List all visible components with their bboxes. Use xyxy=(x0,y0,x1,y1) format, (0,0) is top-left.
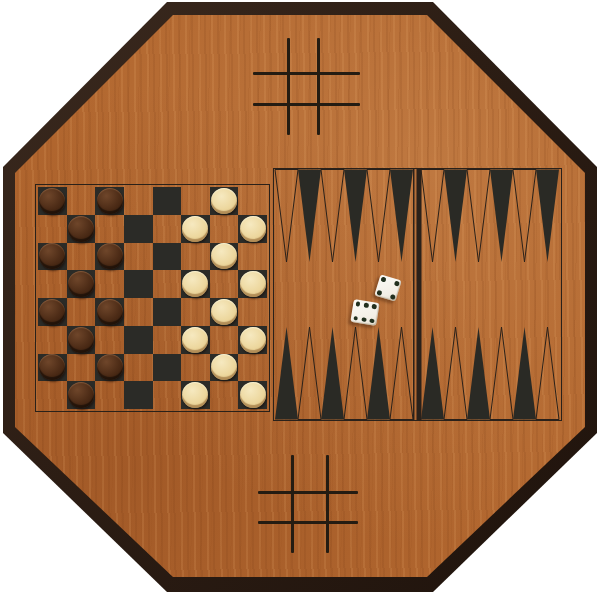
checkers-square[interactable] xyxy=(181,243,210,271)
checkers-square[interactable] xyxy=(95,326,124,354)
die-pip xyxy=(394,280,400,286)
checkers-square[interactable] xyxy=(38,326,67,354)
checkers-square[interactable] xyxy=(181,270,210,298)
checkers-square[interactable] xyxy=(124,326,153,354)
checkers-square[interactable] xyxy=(153,298,182,326)
checkers-square[interactable] xyxy=(38,243,67,271)
dark-checker-piece[interactable] xyxy=(39,243,65,269)
die-pip xyxy=(376,290,382,296)
die-showing-6[interactable] xyxy=(350,299,379,326)
checkers-square[interactable] xyxy=(153,354,182,382)
checkers-square[interactable] xyxy=(38,298,67,326)
checkers-square[interactable] xyxy=(181,187,210,215)
backgammon-point-outline[interactable] xyxy=(367,170,390,263)
checkers-square[interactable] xyxy=(67,270,96,298)
tic-tac-toe-grid-bottom[interactable] xyxy=(255,452,363,556)
dark-checker-piece[interactable] xyxy=(68,382,94,408)
backgammon-point-filled[interactable] xyxy=(344,170,367,263)
backgammon-point-outline[interactable] xyxy=(536,327,559,420)
ttt-horizontal-line xyxy=(258,521,358,524)
checkers-square[interactable] xyxy=(38,270,67,298)
ttt-horizontal-line xyxy=(253,103,360,106)
backgammon-points xyxy=(273,168,562,421)
backgammon-point-filled[interactable] xyxy=(467,327,490,420)
checkers-square[interactable] xyxy=(153,187,182,215)
die-pip xyxy=(361,317,366,322)
checkers-grid xyxy=(38,187,267,409)
light-checker-piece[interactable] xyxy=(211,188,237,214)
checkers-square[interactable] xyxy=(238,381,267,409)
dark-checker-piece[interactable] xyxy=(97,188,123,214)
checkers-square[interactable] xyxy=(238,298,267,326)
checkers-square[interactable] xyxy=(124,243,153,271)
checkers-square[interactable] xyxy=(181,326,210,354)
checkers-square[interactable] xyxy=(238,354,267,382)
checkers-square[interactable] xyxy=(238,243,267,271)
checkers-square[interactable] xyxy=(95,243,124,271)
backgammon-point-filled[interactable] xyxy=(367,327,390,420)
checkers-square[interactable] xyxy=(67,354,96,382)
dark-checker-piece[interactable] xyxy=(68,271,94,297)
backgammon-point-outline[interactable] xyxy=(513,170,536,263)
light-checker-piece[interactable] xyxy=(211,299,237,325)
backgammon-bar xyxy=(413,169,415,420)
backgammon-point-outline[interactable] xyxy=(421,170,444,263)
board-photo xyxy=(0,0,600,600)
dark-checker-piece[interactable] xyxy=(97,354,123,380)
checkers-square[interactable] xyxy=(210,187,239,215)
checkers-square[interactable] xyxy=(95,354,124,382)
checkers-square[interactable] xyxy=(181,381,210,409)
ttt-vertical-line xyxy=(326,455,329,553)
checkers-square[interactable] xyxy=(38,187,67,215)
light-checker-piece[interactable] xyxy=(182,327,208,353)
die-pip xyxy=(355,301,360,306)
die-pip xyxy=(353,316,358,321)
checkers-square[interactable] xyxy=(95,298,124,326)
checkers-square[interactable] xyxy=(67,381,96,409)
ttt-horizontal-line xyxy=(258,491,358,494)
checkers-square[interactable] xyxy=(124,354,153,382)
backgammon-point-filled[interactable] xyxy=(298,170,321,263)
die-pip xyxy=(390,294,396,300)
backgammon-point-filled[interactable] xyxy=(536,170,559,263)
checkers-square[interactable] xyxy=(38,354,67,382)
light-checker-piece[interactable] xyxy=(182,271,208,297)
checkers-square[interactable] xyxy=(67,326,96,354)
checkers-square[interactable] xyxy=(38,215,67,243)
ttt-vertical-line xyxy=(287,38,290,135)
backgammon-point-filled[interactable] xyxy=(275,327,298,420)
checkers-square[interactable] xyxy=(153,381,182,409)
checkers-square[interactable] xyxy=(181,298,210,326)
light-checker-piece[interactable] xyxy=(240,271,266,297)
backgammon-point-outline[interactable] xyxy=(444,327,467,420)
die-pip xyxy=(372,304,377,309)
checkers-square[interactable] xyxy=(38,381,67,409)
checkers-square[interactable] xyxy=(95,381,124,409)
checkers-square[interactable] xyxy=(67,187,96,215)
checkers-square[interactable] xyxy=(181,215,210,243)
dark-checker-piece[interactable] xyxy=(39,188,65,214)
checkers-square[interactable] xyxy=(67,298,96,326)
checkers-square[interactable] xyxy=(210,215,239,243)
backgammon-bar xyxy=(417,169,422,420)
light-checker-piece[interactable] xyxy=(182,382,208,408)
light-checker-piece[interactable] xyxy=(240,382,266,408)
light-checker-piece[interactable] xyxy=(240,216,266,242)
checkers-square[interactable] xyxy=(95,270,124,298)
backgammon-point-outline[interactable] xyxy=(275,170,298,263)
backgammon-point-filled[interactable] xyxy=(490,170,513,263)
dark-checker-piece[interactable] xyxy=(68,327,94,353)
backgammon-point-outline[interactable] xyxy=(344,327,367,420)
backgammon-point-filled[interactable] xyxy=(513,327,536,420)
checkers-square[interactable] xyxy=(238,187,267,215)
checkers-square[interactable] xyxy=(153,326,182,354)
checkers-board[interactable] xyxy=(35,184,270,412)
checkers-square[interactable] xyxy=(124,215,153,243)
backgammon-point-filled[interactable] xyxy=(444,170,467,263)
checkers-square[interactable] xyxy=(153,215,182,243)
checkers-square[interactable] xyxy=(67,243,96,271)
ttt-vertical-line xyxy=(291,455,294,553)
checkers-square[interactable] xyxy=(210,243,239,271)
checkers-square[interactable] xyxy=(181,354,210,382)
light-checker-piece[interactable] xyxy=(240,327,266,353)
backgammon-point-outline[interactable] xyxy=(390,327,413,420)
checkers-square[interactable] xyxy=(210,270,239,298)
light-checker-piece[interactable] xyxy=(211,243,237,269)
dark-checker-piece[interactable] xyxy=(97,299,123,325)
checkers-square[interactable] xyxy=(124,381,153,409)
ttt-vertical-line xyxy=(317,38,320,135)
dark-checker-piece[interactable] xyxy=(39,299,65,325)
backgammon-point-filled[interactable] xyxy=(321,327,344,420)
backgammon-point-filled[interactable] xyxy=(421,327,444,420)
checkers-square[interactable] xyxy=(238,215,267,243)
checkers-square[interactable] xyxy=(95,215,124,243)
light-checker-piece[interactable] xyxy=(211,354,237,380)
checkers-square[interactable] xyxy=(95,187,124,215)
backgammon-point-filled[interactable] xyxy=(390,170,413,263)
tic-tac-toe-grid-top[interactable] xyxy=(250,35,364,137)
checkers-square[interactable] xyxy=(238,270,267,298)
backgammon-point-outline[interactable] xyxy=(298,327,321,420)
checkers-square[interactable] xyxy=(238,326,267,354)
checkers-square[interactable] xyxy=(153,243,182,271)
light-checker-piece[interactable] xyxy=(182,216,208,242)
checkers-square[interactable] xyxy=(153,270,182,298)
die-pip xyxy=(380,276,386,282)
ttt-horizontal-line xyxy=(253,72,360,75)
backgammon-point-outline[interactable] xyxy=(490,327,513,420)
checkers-square[interactable] xyxy=(124,187,153,215)
dark-checker-piece[interactable] xyxy=(68,216,94,242)
dark-checker-piece[interactable] xyxy=(39,354,65,380)
checkers-square[interactable] xyxy=(124,298,153,326)
checkers-square[interactable] xyxy=(210,326,239,354)
checkers-square[interactable] xyxy=(67,215,96,243)
backgammon-point-outline[interactable] xyxy=(321,170,344,263)
checkers-square[interactable] xyxy=(210,298,239,326)
die-pip xyxy=(369,318,374,323)
checkers-square[interactable] xyxy=(124,270,153,298)
backgammon-board[interactable] xyxy=(273,168,562,421)
backgammon-point-outline[interactable] xyxy=(467,170,490,263)
die-pip xyxy=(364,303,369,308)
checkers-square[interactable] xyxy=(210,354,239,382)
dark-checker-piece[interactable] xyxy=(97,243,123,269)
checkers-square[interactable] xyxy=(210,381,239,409)
